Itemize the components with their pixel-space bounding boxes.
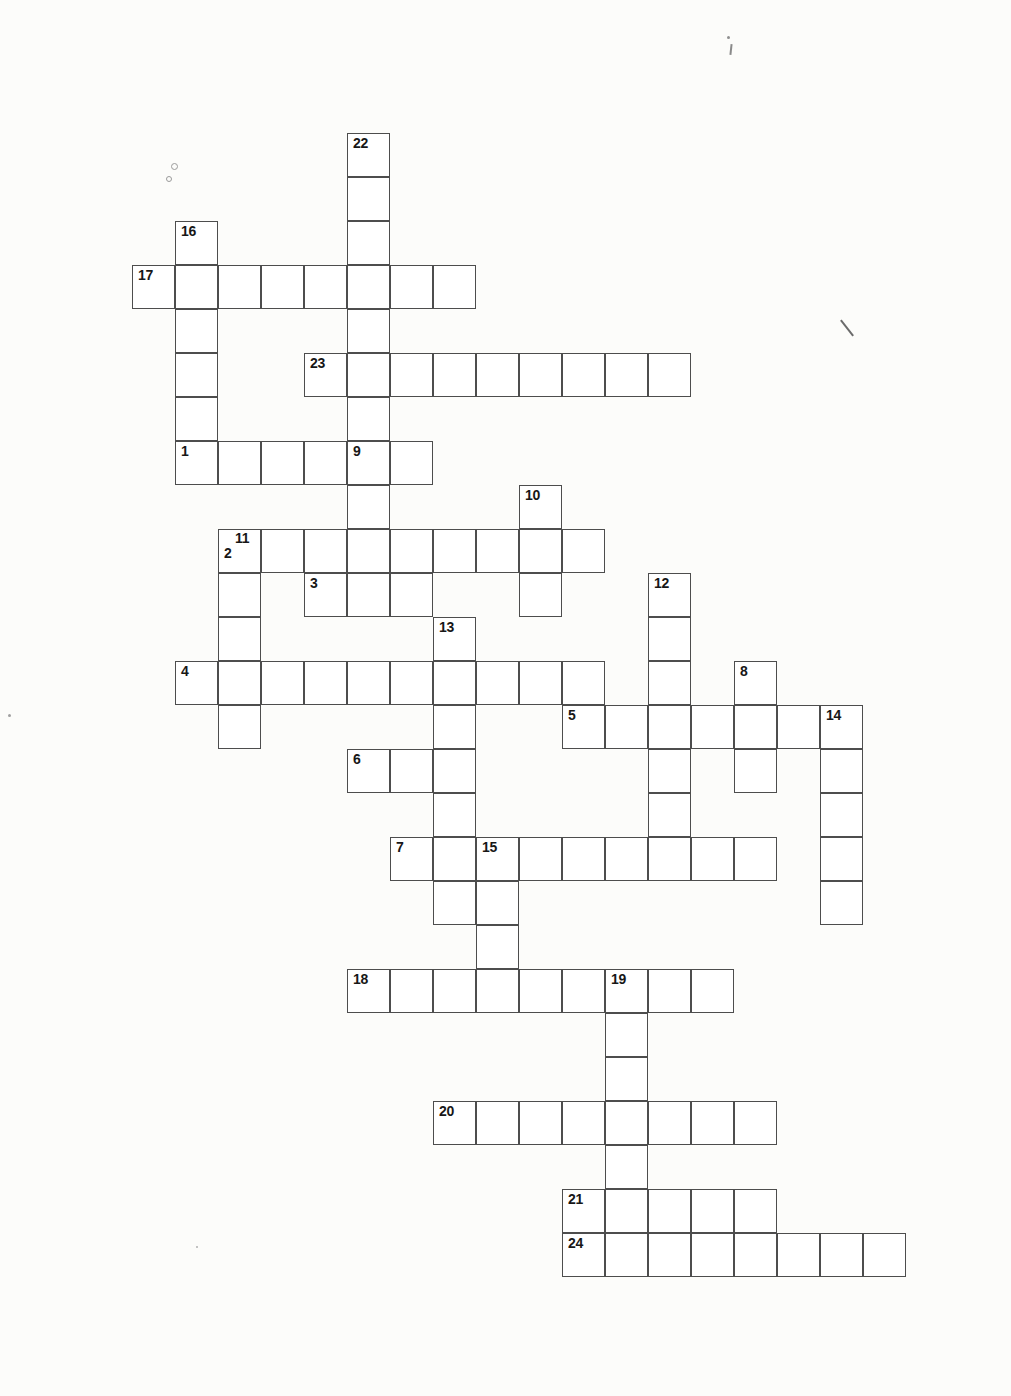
crossword-cell[interactable]	[218, 573, 261, 617]
crossword-cell[interactable]	[347, 397, 390, 441]
crossword-cell[interactable]	[390, 573, 433, 617]
crossword-cell[interactable]	[519, 353, 562, 397]
crossword-cell[interactable]	[175, 353, 218, 397]
crossword-cell[interactable]	[605, 1101, 648, 1145]
crossword-cell[interactable]	[734, 749, 777, 793]
crossword-cell[interactable]	[347, 221, 390, 265]
crossword-cell[interactable]	[476, 1101, 519, 1145]
crossword-cell[interactable]	[347, 749, 390, 793]
crossword-cell[interactable]	[691, 969, 734, 1013]
crossword-cell[interactable]	[777, 1233, 820, 1277]
scan-artifact	[727, 36, 730, 39]
crossword-cell[interactable]	[519, 573, 562, 617]
crossword-cell[interactable]	[648, 353, 691, 397]
crossword-cell[interactable]	[347, 573, 390, 617]
crossword-cell[interactable]	[648, 1101, 691, 1145]
crossword-cell[interactable]	[691, 705, 734, 749]
crossword-cell[interactable]	[691, 1101, 734, 1145]
crossword-cell[interactable]	[476, 881, 519, 925]
crossword-cell[interactable]	[218, 617, 261, 661]
crossword-cell[interactable]	[304, 573, 347, 617]
crossword-cell[interactable]	[777, 705, 820, 749]
scanned-crossword-page: 221617231910112312134851467151819202124	[0, 0, 1011, 1396]
crossword-cell[interactable]	[175, 397, 218, 441]
crossword-cell[interactable]	[218, 529, 261, 573]
crossword-cell[interactable]	[605, 969, 648, 1013]
crossword-cell[interactable]	[433, 353, 476, 397]
crossword-cell[interactable]	[304, 441, 347, 485]
crossword-cell[interactable]	[519, 969, 562, 1013]
crossword-cell[interactable]	[433, 529, 476, 573]
scan-artifact	[729, 44, 732, 55]
crossword-cell[interactable]	[734, 1189, 777, 1233]
crossword-cell[interactable]	[734, 705, 777, 749]
crossword-cell[interactable]	[304, 529, 347, 573]
crossword-cell[interactable]	[347, 177, 390, 221]
crossword-cell[interactable]	[218, 441, 261, 485]
crossword-cell[interactable]	[562, 1233, 605, 1277]
crossword-cell[interactable]	[648, 1189, 691, 1233]
crossword-cell[interactable]	[433, 265, 476, 309]
crossword-cell[interactable]	[347, 485, 390, 529]
crossword-cell[interactable]	[691, 837, 734, 881]
crossword-cell[interactable]	[476, 529, 519, 573]
crossword-cell[interactable]	[433, 661, 476, 705]
crossword-cell[interactable]	[390, 749, 433, 793]
crossword-cell[interactable]	[648, 793, 691, 837]
crossword-cell[interactable]	[433, 749, 476, 793]
crossword-cell[interactable]	[433, 881, 476, 925]
crossword-cell[interactable]	[605, 1145, 648, 1189]
crossword-cell[interactable]	[648, 1233, 691, 1277]
crossword-cell[interactable]	[562, 661, 605, 705]
crossword-cell[interactable]	[820, 749, 863, 793]
crossword-cell[interactable]	[304, 661, 347, 705]
crossword-cell[interactable]	[605, 353, 648, 397]
crossword-cell[interactable]	[648, 749, 691, 793]
crossword-cell[interactable]	[562, 969, 605, 1013]
crossword-cell[interactable]	[218, 265, 261, 309]
crossword-cell[interactable]	[433, 617, 476, 661]
crossword-cell[interactable]	[433, 837, 476, 881]
crossword-cell[interactable]	[519, 529, 562, 573]
crossword-cell[interactable]	[175, 221, 218, 265]
crossword-cell[interactable]	[820, 705, 863, 749]
crossword-cell[interactable]	[304, 353, 347, 397]
crossword-cell[interactable]	[519, 485, 562, 529]
crossword-cell[interactable]	[390, 529, 433, 573]
crossword-cell[interactable]	[734, 1233, 777, 1277]
crossword-cell[interactable]	[820, 881, 863, 925]
crossword-cell[interactable]	[734, 1101, 777, 1145]
crossword-cell[interactable]	[347, 309, 390, 353]
crossword-cell[interactable]	[734, 661, 777, 705]
crossword-cell[interactable]	[562, 705, 605, 749]
crossword-cell[interactable]	[390, 441, 433, 485]
crossword-cell[interactable]	[648, 573, 691, 617]
crossword-cell[interactable]	[476, 353, 519, 397]
crossword-board: 221617231910112312134851467151819202124	[132, 133, 906, 1277]
crossword-cell[interactable]	[863, 1233, 906, 1277]
crossword-cell[interactable]	[519, 661, 562, 705]
crossword-cell[interactable]	[519, 837, 562, 881]
crossword-cell[interactable]	[390, 969, 433, 1013]
crossword-cell[interactable]	[820, 1233, 863, 1277]
crossword-cell[interactable]	[648, 661, 691, 705]
crossword-cell[interactable]	[562, 837, 605, 881]
crossword-cell[interactable]	[648, 969, 691, 1013]
crossword-cell[interactable]	[562, 1101, 605, 1145]
crossword-cell[interactable]	[218, 661, 261, 705]
crossword-cell[interactable]	[304, 265, 347, 309]
crossword-cell[interactable]	[347, 529, 390, 573]
crossword-cell[interactable]	[820, 837, 863, 881]
crossword-cell[interactable]	[261, 265, 304, 309]
crossword-cell[interactable]	[605, 1189, 648, 1233]
crossword-cell[interactable]	[476, 837, 519, 881]
crossword-cell[interactable]	[175, 661, 218, 705]
scan-artifact	[8, 714, 11, 717]
crossword-cell[interactable]	[390, 353, 433, 397]
scan-artifact	[196, 1246, 198, 1248]
crossword-cell[interactable]	[433, 969, 476, 1013]
crossword-cell[interactable]	[347, 969, 390, 1013]
crossword-cell[interactable]	[605, 1013, 648, 1057]
crossword-cell[interactable]	[390, 837, 433, 881]
crossword-cell[interactable]	[175, 309, 218, 353]
crossword-cell[interactable]	[820, 793, 863, 837]
crossword-cell[interactable]	[476, 661, 519, 705]
crossword-cell[interactable]	[261, 529, 304, 573]
scan-artifact	[166, 176, 172, 182]
crossword-cell[interactable]	[218, 705, 261, 749]
crossword-cell[interactable]	[562, 1189, 605, 1233]
crossword-cell[interactable]	[132, 265, 175, 309]
crossword-cell[interactable]	[433, 1101, 476, 1145]
crossword-cell[interactable]	[261, 441, 304, 485]
crossword-cell[interactable]	[347, 661, 390, 705]
crossword-cell[interactable]	[433, 793, 476, 837]
crossword-cell[interactable]	[605, 837, 648, 881]
crossword-cell[interactable]	[519, 1101, 562, 1145]
crossword-cell[interactable]	[648, 837, 691, 881]
crossword-cell[interactable]	[390, 661, 433, 705]
crossword-cell[interactable]	[347, 353, 390, 397]
crossword-cell[interactable]	[691, 1233, 734, 1277]
crossword-cell[interactable]	[605, 1233, 648, 1277]
crossword-cell[interactable]	[261, 661, 304, 705]
crossword-cell[interactable]	[175, 441, 218, 485]
crossword-cell[interactable]	[347, 265, 390, 309]
crossword-cell[interactable]	[734, 837, 777, 881]
crossword-cell[interactable]	[476, 969, 519, 1013]
crossword-cell[interactable]	[691, 1189, 734, 1233]
crossword-cell[interactable]	[562, 529, 605, 573]
crossword-cell[interactable]	[605, 1057, 648, 1101]
scan-artifact	[171, 163, 178, 170]
crossword-cell[interactable]	[390, 265, 433, 309]
crossword-cell[interactable]	[562, 353, 605, 397]
crossword-cell[interactable]	[648, 617, 691, 661]
crossword-cell[interactable]	[433, 705, 476, 749]
crossword-cell[interactable]	[347, 441, 390, 485]
crossword-cell[interactable]	[648, 705, 691, 749]
crossword-cell[interactable]	[476, 925, 519, 969]
crossword-cell[interactable]	[175, 265, 218, 309]
crossword-cell[interactable]	[605, 705, 648, 749]
crossword-cell[interactable]	[347, 133, 390, 177]
